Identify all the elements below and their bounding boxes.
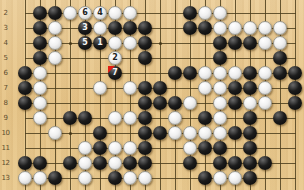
black-stone: [93, 141, 107, 155]
white-stone: [183, 126, 197, 140]
black-stone: [243, 126, 257, 140]
black-stone: [198, 171, 212, 185]
white-stone: [33, 96, 47, 110]
white-stone: [198, 126, 212, 140]
move-number-label: 6: [82, 6, 88, 20]
white-stone: [258, 36, 272, 50]
grid-line-horizontal: [25, 58, 296, 59]
black-stone: [228, 156, 242, 170]
row-coordinate-label: 4: [0, 40, 11, 47]
white-stone: [123, 36, 137, 50]
white-stone: [93, 81, 107, 95]
row-coordinate-label: 9: [0, 115, 11, 122]
white-stone: [78, 171, 92, 185]
white-stone: [213, 111, 227, 125]
white-stone: [108, 36, 122, 50]
row-coordinate-label: 3: [0, 25, 11, 32]
black-stone: [138, 81, 152, 95]
white-stone: [123, 171, 137, 185]
row-coordinate-label: 12: [0, 160, 11, 167]
white-stone: [213, 126, 227, 140]
white-stone: [243, 96, 257, 110]
black-stone: 3: [78, 21, 92, 35]
white-stone: [168, 126, 182, 140]
move-number-label: 4: [97, 6, 103, 20]
white-stone: [228, 21, 242, 35]
white-stone: [213, 81, 227, 95]
black-stone: [138, 51, 152, 65]
black-stone: [33, 156, 47, 170]
white-stone: [213, 66, 227, 80]
white-stone: [48, 36, 62, 50]
black-stone: [108, 171, 122, 185]
white-stone: [228, 66, 242, 80]
white-stone: [108, 141, 122, 155]
white-stone: [78, 156, 92, 170]
black-stone: [243, 171, 257, 185]
white-stone: [198, 66, 212, 80]
black-stone: [198, 111, 212, 125]
white-stone: [33, 111, 47, 125]
white-stone: [213, 96, 227, 110]
black-stone: [213, 51, 227, 65]
black-stone: [33, 51, 47, 65]
white-stone: [18, 171, 32, 185]
black-stone: [33, 36, 47, 50]
star-point: [69, 132, 72, 135]
black-stone: [33, 21, 47, 35]
black-stone: [258, 156, 272, 170]
white-stone: 4: [93, 6, 107, 20]
black-stone: [78, 111, 92, 125]
black-stone: [138, 96, 152, 110]
black-stone: [168, 96, 182, 110]
white-stone: [258, 96, 272, 110]
black-stone: [183, 21, 197, 35]
row-coordinate-label: 13: [0, 175, 11, 182]
row-coordinate-label: 2: [0, 10, 11, 17]
row-coordinate-label: 10: [0, 130, 11, 137]
move-number-label: 5: [82, 36, 88, 50]
black-stone: 1: [93, 36, 107, 50]
black-stone: [243, 36, 257, 50]
white-stone: [198, 81, 212, 95]
black-stone: [138, 36, 152, 50]
move-number-label: 1: [97, 36, 103, 50]
black-stone: [18, 96, 32, 110]
black-stone: [228, 126, 242, 140]
row-coordinate-label: 6: [0, 70, 11, 77]
white-stone: [213, 6, 227, 20]
black-stone: [243, 66, 257, 80]
black-stone: [138, 111, 152, 125]
white-stone: [48, 126, 62, 140]
black-stone: [153, 126, 167, 140]
black-stone: [33, 6, 47, 20]
row-coordinate-label: 7: [0, 85, 11, 92]
white-stone: [198, 6, 212, 20]
black-stone: [273, 66, 287, 80]
black-stone: [153, 81, 167, 95]
black-stone: [198, 21, 212, 35]
move-number-label: 2: [112, 51, 118, 65]
black-stone: [48, 6, 62, 20]
black-stone: [288, 66, 302, 80]
white-stone: [123, 81, 137, 95]
black-stone: [138, 126, 152, 140]
black-stone: [123, 156, 137, 170]
black-stone: [153, 96, 167, 110]
black-stone: [183, 156, 197, 170]
black-stone: [228, 96, 242, 110]
white-stone: [273, 21, 287, 35]
black-stone: [273, 51, 287, 65]
black-stone: 7: [108, 66, 122, 80]
black-stone: [93, 156, 107, 170]
black-stone: [183, 66, 197, 80]
white-stone: 2: [108, 51, 122, 65]
row-coordinate-label: 8: [0, 100, 11, 107]
black-stone: [243, 81, 257, 95]
black-stone: [183, 6, 197, 20]
black-stone: [18, 66, 32, 80]
white-stone: 6: [78, 6, 92, 20]
white-stone: [33, 81, 47, 95]
black-stone: [18, 156, 32, 170]
black-stone: [93, 126, 107, 140]
black-stone: [288, 81, 302, 95]
white-stone: [183, 96, 197, 110]
black-stone: [243, 156, 257, 170]
white-stone: [33, 66, 47, 80]
black-stone: [228, 81, 242, 95]
black-stone: [108, 21, 122, 35]
white-stone: [123, 111, 137, 125]
black-stone: [138, 141, 152, 155]
last-move-marker-icon: [108, 66, 115, 73]
black-stone: [168, 66, 182, 80]
black-stone: [213, 36, 227, 50]
black-stone: 5: [78, 36, 92, 50]
white-stone: [183, 141, 197, 155]
white-stone: [258, 81, 272, 95]
black-stone: [213, 141, 227, 155]
black-stone: [273, 111, 287, 125]
white-stone: [243, 21, 257, 35]
black-stone: [138, 21, 152, 35]
white-stone: [228, 171, 242, 185]
black-stone: [48, 171, 62, 185]
black-stone: [123, 21, 137, 35]
black-stone: [288, 96, 302, 110]
white-stone: [33, 171, 47, 185]
white-stone: [48, 21, 62, 35]
white-stone: [108, 156, 122, 170]
black-stone: [18, 81, 32, 95]
black-stone: [213, 156, 227, 170]
row-coordinate-label: 11: [0, 145, 11, 152]
white-stone: [108, 6, 122, 20]
white-stone: [123, 141, 137, 155]
white-stone: [213, 171, 227, 185]
white-stone: [123, 6, 137, 20]
black-stone: [228, 36, 242, 50]
white-stone: [78, 141, 92, 155]
row-coordinate-label: 5: [0, 55, 11, 62]
black-stone: [243, 141, 257, 155]
star-point: [69, 42, 72, 45]
move-number-label: 3: [82, 21, 88, 35]
white-stone: [138, 171, 152, 185]
white-stone: [108, 111, 122, 125]
star-point: [159, 42, 162, 45]
white-stone: [168, 111, 182, 125]
black-stone: [198, 141, 212, 155]
white-stone: [258, 66, 272, 80]
white-stone: [213, 21, 227, 35]
white-stone: [93, 21, 107, 35]
go-board[interactable]: 23456789101112136435127: [0, 0, 304, 190]
white-stone: [48, 51, 62, 65]
black-stone: [138, 156, 152, 170]
black-stone: [63, 156, 77, 170]
white-stone: [273, 36, 287, 50]
black-stone: [63, 111, 77, 125]
white-stone: [258, 21, 272, 35]
white-stone: [63, 6, 77, 20]
black-stone: [243, 111, 257, 125]
